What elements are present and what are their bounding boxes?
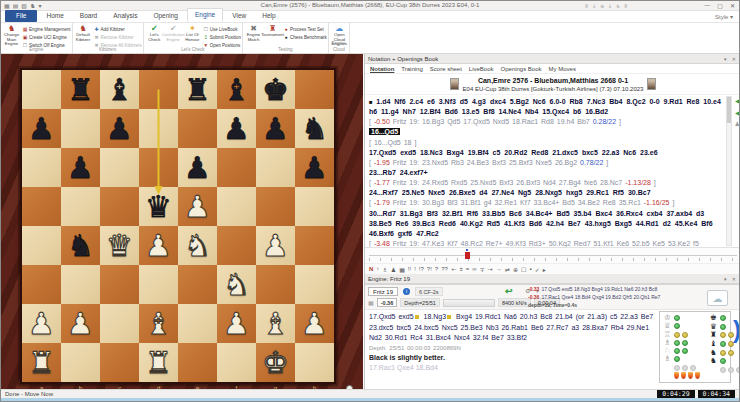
cloud-engine-button[interactable]: ☁ (707, 290, 728, 306)
black-pawn-f7[interactable]: ♟ (217, 109, 256, 148)
black-player-photo (647, 78, 656, 90)
activity-dot-y (682, 332, 688, 338)
black-activity-piece: ♝ (710, 340, 718, 348)
board-panel: ♜♝♜♝♚♟♟♟♟♞♟♟♟♛♟♞♛♟♞♟♞♟♟♝♟♝♟♜♜♚ abcdefgh (1, 54, 363, 389)
square-a4[interactable] (22, 226, 61, 265)
window-controls[interactable]: —▢✕ (704, 2, 735, 9)
annotation-symbol-21[interactable]: ▪ (529, 266, 531, 272)
black-activity-row-5: ♞ (710, 357, 740, 366)
eval-profile-cursor (466, 249, 468, 251)
square-e6[interactable]: ♟ (178, 148, 217, 187)
annotation-symbol-9[interactable]: ? (435, 266, 438, 272)
square-c2[interactable] (100, 304, 139, 343)
square-f8[interactable]: ♝ (217, 70, 256, 109)
ribbon-group-label: Testing (243, 47, 328, 53)
variation-line[interactable]: [ -1.95 Fritz 19: 23.Nxd5 Rb3 24.Be3 Bxf… (369, 158, 723, 168)
square-e5[interactable]: ♟ (178, 187, 217, 226)
tournament-label: Tournament (261, 33, 284, 38)
tab-file[interactable]: File (5, 10, 37, 22)
activity-dot-g (674, 356, 680, 362)
evaluation-profile[interactable] (365, 247, 740, 263)
square-c7[interactable]: ♟ (100, 109, 139, 148)
black-bishop-c8[interactable]: ♝ (100, 70, 139, 109)
black-pawn-e6[interactable]: ♟ (178, 148, 217, 187)
engine-depth: Depth=25/51 (400, 298, 440, 307)
board-lock-icon[interactable]: ▦ (368, 299, 374, 306)
fold-left-icon[interactable]: ◀ (735, 109, 740, 118)
black-pawn-g7[interactable]: ♟ (256, 109, 295, 148)
remove-kibitzer-icon: ✖ (94, 34, 100, 40)
square-g7[interactable]: ♟ (256, 109, 295, 148)
notation-tab-livebook[interactable]: LiveBook (469, 66, 494, 72)
ribbon-group-label: Kibitzers (73, 47, 143, 53)
tab-opening[interactable]: Opening (146, 10, 185, 22)
move-quality-marker (447, 315, 451, 319)
square-d5[interactable]: ♛ (139, 187, 178, 226)
engine-name-button[interactable]: Fritz 19 (368, 287, 398, 296)
square-a7[interactable]: ♟ (22, 109, 61, 148)
activity-dot-g (682, 348, 688, 354)
mainline[interactable]: 23...Rb7 24.exf7+ (369, 168, 723, 178)
engine-alt-footer: depth=19, Time=0.4s (528, 302, 701, 310)
taskbar-sliver (1, 398, 739, 402)
status-text: Done - Move Now (5, 391, 53, 397)
activity-dot-y (674, 332, 680, 338)
annotation-symbol-17[interactable]: → (496, 266, 502, 272)
right-panels: Notation + Openings Book ▾ ✕ NotationTra… (364, 54, 740, 389)
contribution-engine-button[interactable]: ✔Contribution Engine (165, 24, 182, 42)
square-h6[interactable]: ♟ (295, 148, 334, 187)
square-b8[interactable]: ♜ (61, 70, 100, 109)
square-c8[interactable]: ♝ (100, 70, 139, 109)
engine-management-label: Engine Management (29, 27, 71, 32)
square-f2[interactable]: ♟ (217, 304, 256, 343)
annotation-symbol-3[interactable]: ♟ (391, 266, 396, 273)
white-activity-row-7 (664, 372, 700, 380)
create-uci-engine-label: Create UCI Engine (29, 35, 67, 40)
engine-pv-line[interactable]: 17.Qxd5 exd5 18.Ng3 Bxg4 19.Rdc1 Na6 20.… (369, 312, 655, 344)
square-c1[interactable] (100, 343, 139, 382)
notation-tab-openings-book[interactable]: Openings Book (501, 66, 542, 72)
white-pawn-h2[interactable]: ♟ (295, 304, 334, 343)
style-menu[interactable]: Style ▾ (715, 13, 733, 20)
mainline[interactable]: 30...Rd7 31.Bg3 Bf3 32.Bf1 Rf6 33.Bb5 Bc… (369, 209, 723, 239)
black-rook-b8[interactable]: ♜ (61, 70, 100, 109)
square-e7[interactable] (178, 109, 217, 148)
ribbon-group-label: Engine (1, 47, 72, 53)
annotation-symbol-11[interactable]: +- (451, 266, 457, 272)
contribution-engine-label: Contribution Engine (162, 33, 185, 42)
engine-cores-badge: 6 CF-2s (415, 287, 443, 296)
annotation-symbol-14[interactable]: ∞ (472, 266, 476, 272)
square-h5[interactable] (295, 187, 334, 226)
minimize-button[interactable]: — (704, 2, 710, 9)
engine-panel-titlebar[interactable]: Engine: Fritz 19 ▾ ✕ (365, 274, 740, 284)
list-of-honour-label: List Of Honour (184, 33, 201, 42)
chess-benchmark-icon: ● (283, 34, 289, 40)
annotation-symbol-23[interactable]: ▸ (543, 266, 546, 273)
annotation-symbol-4[interactable]: ▦ (399, 266, 405, 273)
pawn-icon[interactable]: ♟ (735, 120, 740, 129)
notation-tabs: NotationTrainingScore sheetLiveBookOpeni… (365, 64, 740, 74)
add-kibitzer-button[interactable]: ✚Add Kibitzer (94, 25, 142, 33)
flame-icon (688, 372, 693, 379)
activity-dot-n (736, 367, 740, 373)
engine-match-label: Engine Match (245, 33, 262, 42)
move-quality-marker (415, 315, 419, 319)
activity-dot-y (720, 350, 726, 356)
use-livebook-icon: ☐ (203, 26, 209, 32)
submit-position-label: Submit Position (210, 35, 241, 40)
chess-benchmark-label: Chess Benchmark (290, 35, 327, 40)
square-h4[interactable] (295, 226, 334, 265)
activity-dot-g (720, 315, 726, 321)
annotation-symbol-18[interactable]: ⇄ (505, 266, 510, 273)
engine-management-icon: ▦ (22, 26, 28, 32)
white-king-g1[interactable]: ♚ (256, 343, 295, 382)
annotation-symbol-20[interactable]: ☐ (521, 266, 526, 273)
notation-tab-score-sheet[interactable]: Score sheet (430, 66, 462, 72)
black-queen-d5[interactable]: ♛ (139, 187, 178, 226)
list-of-honour-button[interactable]: ✶List Of Honour (184, 24, 201, 42)
square-b4[interactable]: ♞ (61, 226, 100, 265)
annotation-symbol-7[interactable]: !? (419, 266, 424, 272)
activity-dot-g (682, 340, 688, 346)
square-h3[interactable] (295, 265, 334, 304)
ribbon-group-let-s-check: ✔Let's Check✔Contribution Engine✶List Of… (144, 23, 243, 53)
square-d1[interactable]: ♜ (139, 343, 178, 382)
engine-progress-bar (443, 299, 495, 307)
game-header: Can,Emre 2576 - Bluebaum,Matthias 2668 0… (365, 74, 740, 95)
default-kibitzer-label: Default Kibitzer (75, 33, 92, 42)
add-kibitzer-icon: ✚ (94, 26, 100, 32)
annotation-symbol-13[interactable]: = (466, 266, 470, 272)
chessbase-window: ▦▤▧♞▾ Can,Emre (2576) - Bluebaum,Matthia… (0, 0, 740, 402)
black-clock: 0:04:34 (698, 390, 735, 398)
white-pawn-b2[interactable]: ♟ (61, 304, 100, 343)
black-knight-h7[interactable]: ♞ (295, 109, 334, 148)
square-c5[interactable] (100, 187, 139, 226)
ribbon-group-testing: ✖Engine Match♜Tournament●Process Test Se… (243, 23, 329, 53)
square-h1[interactable] (295, 343, 334, 382)
notation-tab-training[interactable]: Training (401, 66, 422, 72)
white-rook-a1[interactable]: ♜ (22, 343, 61, 382)
annotation-symbol-8[interactable]: ?! (427, 266, 432, 272)
annotation-symbol-12[interactable]: ± (459, 266, 462, 272)
engine-main: 17.Qxd5 exd5 18.Ng3 Bxg4 19.Rdc1 Na6 20.… (365, 310, 740, 389)
notation-panel-title: Notation + Openings Book (368, 56, 438, 62)
annotation-symbol-2[interactable]: ♗ (382, 266, 387, 273)
variation-line[interactable]: [ -3.48 Fritz 19: 47.Ke3 Kf7 48.Rc2 Re7+… (369, 239, 723, 247)
square-f7[interactable]: ♟ (217, 109, 256, 148)
use-livebook-button[interactable]: ☐Use LiveBook (203, 25, 241, 33)
remove-kibitzer-button[interactable]: ✖Remove Kibitzer (94, 33, 142, 41)
annotation-symbol-1[interactable]: ↑ (376, 266, 379, 272)
square-b6[interactable]: ♟ (61, 148, 100, 187)
tab-home[interactable]: Home (39, 10, 70, 22)
white-pawn-f2[interactable]: ♟ (217, 304, 256, 343)
game-clocks: 0:04:29 0:04:34 (657, 390, 735, 398)
engine-pending-line: 17.Rac1 Qxe4 18.Bd4 (369, 363, 655, 374)
ribbon-tab-row: FileHomeBoardAnalysisOpeningEngineViewHe… (1, 11, 739, 23)
add-kibitzer-label: Add Kibitzer (101, 27, 125, 32)
panel-expand-bracket[interactable]: ) (733, 318, 740, 342)
tab-analysis[interactable]: Analysis (106, 10, 144, 22)
status-bar: Done - Move Now 0:04:29 0:04:34 (1, 389, 739, 398)
square-b2[interactable]: ♟ (61, 304, 100, 343)
square-f3[interactable]: ♞ (217, 265, 256, 304)
square-h7[interactable]: ♞ (295, 109, 334, 148)
white-activity-row-6 (664, 364, 700, 372)
white-piece-activity: ♔♕♖♗♘♗ (664, 314, 700, 380)
square-a3[interactable] (22, 265, 61, 304)
tournament-button[interactable]: ♜Tournament (264, 24, 281, 38)
mainline[interactable]: 24...Rxf7 25.Ne5 Nxe5 26.Bxe5 d4 27.Ne4 … (369, 188, 723, 198)
activity-dot-n (728, 367, 734, 373)
variation-line[interactable]: [ -1.79 Fritz 19: 30.Bg3 Bf3 31.Bf1 g4 3… (369, 198, 723, 208)
ribbon-group-label: Let's Check (144, 47, 242, 53)
annotation-toolbar: N↑♗♟▦!!!!??!???+-±=∞∓-+→⇄⊕☐▪✓▸ (365, 263, 740, 274)
square-f5[interactable] (217, 187, 256, 226)
annotation-symbol-0[interactable]: N (369, 266, 373, 272)
ribbon-group-engine-cloud: ☁Open Cloud EnginesEngine Cloud (329, 23, 350, 53)
square-a2[interactable]: ♟ (22, 304, 61, 343)
square-e1[interactable] (178, 343, 217, 382)
notation-scrollbar[interactable] (726, 96, 732, 246)
lets-check-label: Let's Check (146, 33, 163, 42)
engine-management-button[interactable]: ▦Engine Management (22, 25, 71, 33)
square-e2[interactable] (178, 304, 217, 343)
square-d7[interactable] (139, 109, 178, 148)
white-player-photo (450, 78, 459, 90)
square-b3[interactable] (61, 265, 100, 304)
create-uci-engine-icon: ▣ (22, 34, 28, 40)
engine-match-button[interactable]: ✖Engine Match (245, 24, 262, 42)
square-a1[interactable]: ♜ (22, 343, 61, 382)
square-g1[interactable]: ♚ (256, 343, 295, 382)
square-c6[interactable] (100, 148, 139, 187)
white-knight-e4[interactable]: ♞ (178, 226, 217, 265)
square-g2[interactable]: ♝ (256, 304, 295, 343)
annotation-symbol-10[interactable]: ?? (441, 266, 448, 272)
tab-view[interactable]: View (225, 10, 253, 22)
square-h8[interactable] (295, 70, 334, 109)
variation-line[interactable]: [ -1.77 Fritz 19: 24.Rxd5 Rxd5 25.Nxd5 B… (369, 178, 723, 188)
engine-alt-line-0: -0.3317.Qxd5 exd5 18.Ng3 Bxg4 19.Rdc1 Na… (528, 286, 701, 294)
engine-alt-lines: -0.3317.Qxd5 exd5 18.Ng3 Bxg4 19.Rdc1 Na… (528, 286, 701, 309)
maximize-button[interactable]: ▢ (717, 2, 723, 9)
notation-dock-buttons[interactable]: ◀ ◀ ♟ (735, 97, 740, 129)
engine-info-icon[interactable]: i (403, 288, 410, 295)
white-pawn-d4[interactable]: ♟ (139, 226, 178, 265)
mainline[interactable]: ■ 1.d4 Nf6 2.c4 e6 3.Nf3 d5 4.g3 dxc4 5.… (369, 97, 723, 117)
square-d8[interactable] (139, 70, 178, 109)
activity-dot-n (690, 365, 696, 371)
activity-dot-n (682, 365, 688, 371)
white-bishop-g2[interactable]: ♝ (256, 304, 295, 343)
square-d2[interactable]: ♝ (139, 304, 178, 343)
engine-header: Fritz 19 i 6 CF-2s ↩ ⚙ ▾ ▦ -0.36 Depth=2… (365, 284, 740, 310)
ribbon-tabs: FileHomeBoardAnalysisOpeningEngineViewHe… (1, 11, 739, 22)
chess-benchmark-button[interactable]: ●Chess Benchmark (283, 33, 327, 41)
close-button[interactable]: ✕ (730, 2, 735, 9)
square-a5[interactable] (22, 187, 61, 226)
change-main-engine-button[interactable]: ♞Change Main Engine (3, 24, 20, 47)
game-header-event: E04 EU-Cup 38th Durres [Gokturk-Turkish … (463, 85, 644, 93)
game-header-players: Can,Emre 2576 - Bluebaum,Matthias 2668 0… (463, 76, 644, 85)
tab-engine[interactable]: Engine (187, 8, 223, 22)
square-e4[interactable]: ♞ (178, 226, 217, 265)
piece-activity-panel: ♔♕♖♗♘♗ ♚♛♜♝♞♞ (659, 311, 731, 383)
engine-eval: -0.36 (377, 298, 398, 307)
white-queen-c4[interactable]: ♛ (100, 226, 139, 265)
black-pawn-h6[interactable]: ♟ (295, 148, 334, 187)
square-a6[interactable] (22, 148, 61, 187)
activity-dot-g (674, 348, 680, 354)
square-d6[interactable] (139, 148, 178, 187)
black-pawn-a7[interactable]: ♟ (22, 109, 61, 148)
activity-dot-y (720, 332, 726, 338)
annotation-symbol-5[interactable]: !! (408, 266, 411, 272)
black-rook-e8[interactable]: ♜ (178, 70, 217, 109)
black-king-g8[interactable]: ♚ (256, 70, 295, 109)
tab-help[interactable]: Help (255, 10, 282, 22)
square-b5[interactable] (61, 187, 100, 226)
square-e8[interactable]: ♜ (178, 70, 217, 109)
engine-assessment: Black is slightly better. (369, 353, 655, 364)
activity-dot-g (674, 340, 680, 346)
process-test-set-label: Process Test Set (290, 27, 324, 32)
engine-panel-title: Engine: Fritz 19 (368, 276, 410, 282)
square-f1[interactable] (217, 343, 256, 382)
black-pawn-b6[interactable]: ♟ (61, 148, 100, 187)
engine-speed: 8400 kN/s (498, 298, 531, 307)
white-pawn-g4[interactable]: ♟ (256, 226, 295, 265)
white-knight-f3[interactable]: ♞ (217, 265, 256, 304)
ribbon: ♞Change Main Engine▦Engine Management▣Cr… (1, 23, 739, 54)
notation-panel-icons[interactable]: ▾ ✕ (724, 56, 738, 62)
square-c4[interactable]: ♛ (100, 226, 139, 265)
black-pawn-c7[interactable]: ♟ (100, 109, 139, 148)
notation-panel-titlebar[interactable]: Notation + Openings Book ▾ ✕ (365, 54, 740, 64)
fold-left-icon[interactable]: ◀ (735, 97, 740, 106)
lets-check-button[interactable]: ✔Let's Check (146, 24, 163, 42)
white-pawn-a2[interactable]: ♟ (22, 304, 61, 343)
remove-kibitzer-label: Remove Kibitzer (101, 35, 134, 40)
engine-depth-line: Depth: 25/51 00:00:03 2200869N (369, 344, 655, 353)
square-g5[interactable] (256, 187, 295, 226)
black-bishop-f8[interactable]: ♝ (217, 70, 256, 109)
activity-dot-g (674, 315, 680, 321)
annotation-symbol-6[interactable]: ! (414, 266, 416, 272)
create-uci-engine-button[interactable]: ▣Create UCI Engine (22, 33, 71, 41)
eval-profile-marker (465, 252, 470, 259)
white-bishop-d2[interactable]: ♝ (139, 304, 178, 343)
change-main-engine-label: Change Main Engine (3, 33, 20, 47)
ribbon-group-kibitzers: ♞Default Kibitzer✚Add Kibitzer✖Remove Ki… (73, 23, 144, 53)
white-pawn-e5[interactable]: ♟ (178, 187, 217, 226)
mainline[interactable]: 17.Qxd5 exd5 18.Nc3 Bxg4 19.Bf4 c5 20.Rd… (369, 148, 723, 158)
square-g6[interactable] (256, 148, 295, 187)
submit-position-icon: ↥ (203, 34, 209, 40)
white-activity-row-5: ♗ (664, 355, 700, 363)
notation-moves[interactable]: ■ 1.d4 Nf6 2.c4 e6 3.Nf3 d5 4.g3 dxc4 5.… (365, 95, 740, 247)
flame-icon (681, 372, 686, 379)
tab-board[interactable]: Board (73, 10, 104, 22)
submit-position-button[interactable]: ↥Submit Position (203, 33, 241, 41)
white-clock: 0:04:29 (657, 390, 694, 398)
black-knight-b4[interactable]: ♞ (61, 226, 100, 265)
black-activity-piece: ♞ (710, 357, 718, 365)
square-f6[interactable] (217, 148, 256, 187)
titlebar-piece-icons: ♜ ♝ ♚ ♝ ♞ ♜ (584, 3, 629, 9)
use-livebook-label: Use LiveBook (210, 27, 238, 32)
square-h2[interactable]: ♟ (295, 304, 334, 343)
square-b1[interactable] (61, 343, 100, 382)
flame-icon (695, 372, 700, 379)
selected-move[interactable]: 16...Qd5 (369, 128, 400, 135)
square-f4[interactable] (217, 226, 256, 265)
engine-alt-line-1: -0.3617.Rac1 Qxe4 18.Bd4 Qxg4 19.Bd2 Qh5… (528, 294, 701, 302)
annotation-symbol-22[interactable]: ✓ (535, 266, 540, 273)
activity-dot-g (720, 324, 726, 330)
notation-tab-notation[interactable]: Notation (370, 66, 394, 72)
ribbon-group-label: Engine Cloud (329, 41, 349, 53)
annotation-symbol-16[interactable]: -+ (488, 266, 494, 272)
variation-line[interactable]: [ -0.50 Fritz 19: 16.Bg3 Qd5 17.Qxd5 Nxd… (369, 117, 723, 127)
notation-tab-my-moves[interactable]: My Moves (549, 66, 576, 72)
square-g8[interactable]: ♚ (256, 70, 295, 109)
selected-move-line: 16...Qd5 (369, 127, 723, 137)
square-g3[interactable] (256, 265, 295, 304)
square-c3[interactable] (100, 265, 139, 304)
process-test-set-icon: ● (283, 26, 289, 32)
flame-icon (674, 372, 679, 379)
white-activity-piece: ♗ (664, 355, 672, 363)
engine-panel-icons[interactable]: ▾ ✕ (724, 276, 738, 282)
activity-dot-y (728, 350, 734, 356)
activity-dot-g (674, 323, 680, 329)
square-e3[interactable] (178, 265, 217, 304)
square-d3[interactable] (139, 265, 178, 304)
process-test-set-button[interactable]: ●Process Test Set (283, 25, 327, 33)
annotation-symbol-19[interactable]: ⊕ (513, 266, 518, 273)
white-rook-d1[interactable]: ♜ (139, 343, 178, 382)
activity-dot-n (674, 365, 680, 371)
activity-dot-g (720, 358, 726, 364)
activity-dot-n (720, 367, 726, 373)
square-a8[interactable] (22, 70, 61, 109)
annotation-symbol-15[interactable]: ∓ (479, 266, 484, 273)
new-variation-icon[interactable]: ↩ (505, 286, 513, 296)
activity-dot-g (720, 341, 726, 347)
ribbon-group-engine: ♞Change Main Engine▦Engine Management▣Cr… (1, 23, 73, 53)
square-g4[interactable]: ♟ (256, 226, 295, 265)
square-b7[interactable] (61, 109, 100, 148)
black-activity-row-6 (710, 366, 740, 375)
chess-board[interactable]: ♜♝♜♝♚♟♟♟♟♞♟♟♟♛♟♞♛♟♞♟♞♟♟♝♟♝♟♜♜♚ (22, 70, 334, 382)
variation-line[interactable]: [ 16...Qd5 18 ] (369, 138, 723, 148)
square-d4[interactable]: ♟ (139, 226, 178, 265)
default-kibitzer-button[interactable]: ♞Default Kibitzer (75, 24, 92, 42)
